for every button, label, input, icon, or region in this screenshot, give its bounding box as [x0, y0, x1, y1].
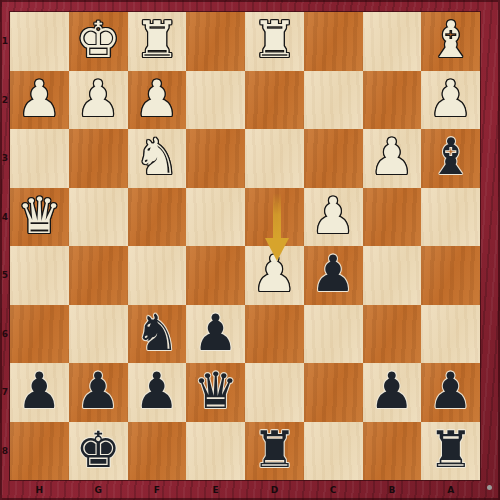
- white-pawn[interactable]: ♟: [369, 132, 414, 184]
- square-f7[interactable]: ♟: [128, 363, 187, 422]
- square-f2[interactable]: ♟: [128, 71, 187, 130]
- square-c2[interactable]: [304, 71, 363, 130]
- square-g4[interactable]: [69, 188, 128, 247]
- square-f8[interactable]: [128, 422, 187, 481]
- white-pawn[interactable]: ♟: [134, 74, 179, 126]
- square-b1[interactable]: [363, 12, 422, 71]
- square-a5[interactable]: [421, 246, 480, 305]
- white-pawn[interactable]: ♟: [17, 74, 62, 126]
- black-queen[interactable]: ♛: [193, 366, 238, 418]
- square-h6[interactable]: [10, 305, 69, 364]
- square-d1[interactable]: ♜: [245, 12, 304, 71]
- file-label-h: H: [10, 479, 69, 500]
- square-b4[interactable]: [363, 188, 422, 247]
- rank-label-6: 6: [0, 305, 10, 364]
- rank-label-1: 1: [0, 12, 10, 71]
- square-a1[interactable]: ♝: [421, 12, 480, 71]
- file-label-e: E: [186, 479, 245, 500]
- square-h4[interactable]: ♛: [10, 188, 69, 247]
- square-g3[interactable]: [69, 129, 128, 188]
- file-label-f: F: [128, 479, 187, 500]
- square-b8[interactable]: [363, 422, 422, 481]
- square-c1[interactable]: [304, 12, 363, 71]
- square-d6[interactable]: [245, 305, 304, 364]
- square-b6[interactable]: [363, 305, 422, 364]
- square-g5[interactable]: [69, 246, 128, 305]
- black-king[interactable]: ♚: [76, 425, 121, 477]
- square-e8[interactable]: [186, 422, 245, 481]
- square-a8[interactable]: ♜: [421, 422, 480, 481]
- square-f1[interactable]: ♜: [128, 12, 187, 71]
- square-c3[interactable]: [304, 129, 363, 188]
- white-king[interactable]: ♚: [76, 15, 121, 67]
- square-f4[interactable]: [128, 188, 187, 247]
- square-c8[interactable]: [304, 422, 363, 481]
- black-knight[interactable]: ♞: [134, 308, 179, 360]
- square-e4[interactable]: [186, 188, 245, 247]
- white-pawn[interactable]: ♟: [311, 191, 356, 243]
- file-labels: HGFEDCBA: [10, 479, 480, 500]
- square-h1[interactable]: [10, 12, 69, 71]
- square-g8[interactable]: ♚: [69, 422, 128, 481]
- square-h7[interactable]: ♟: [10, 363, 69, 422]
- square-c5[interactable]: ♟: [304, 246, 363, 305]
- black-pawn[interactable]: ♟: [193, 308, 238, 360]
- white-pawn[interactable]: ♟: [428, 74, 473, 126]
- square-h3[interactable]: [10, 129, 69, 188]
- square-f3[interactable]: ♞: [128, 129, 187, 188]
- square-d7[interactable]: [245, 363, 304, 422]
- square-g6[interactable]: [69, 305, 128, 364]
- rank-label-8: 8: [0, 422, 10, 481]
- chess-board: ♚♜♜♝♟♟♟♟♞♟♝♛♟♟♟♞♟♟♟♟♛♟♟♚♜♜: [10, 12, 480, 480]
- square-c7[interactable]: [304, 363, 363, 422]
- square-a3[interactable]: ♝: [421, 129, 480, 188]
- square-e1[interactable]: [186, 12, 245, 71]
- file-label-b: B: [363, 479, 422, 500]
- square-a4[interactable]: [421, 188, 480, 247]
- white-pawn[interactable]: ♟: [252, 249, 297, 301]
- file-label-c: C: [304, 479, 363, 500]
- white-rook[interactable]: ♜: [134, 15, 179, 67]
- square-h5[interactable]: [10, 246, 69, 305]
- square-d3[interactable]: [245, 129, 304, 188]
- black-pawn[interactable]: ♟: [17, 366, 62, 418]
- square-d2[interactable]: [245, 71, 304, 130]
- square-a2[interactable]: ♟: [421, 71, 480, 130]
- file-label-d: D: [245, 479, 304, 500]
- rank-label-5: 5: [0, 246, 10, 305]
- white-bishop[interactable]: ♝: [428, 15, 473, 67]
- black-rook[interactable]: ♜: [428, 425, 473, 477]
- black-pawn[interactable]: ♟: [369, 366, 414, 418]
- white-queen[interactable]: ♛: [17, 191, 62, 243]
- square-c4[interactable]: ♟: [304, 188, 363, 247]
- white-knight[interactable]: ♞: [134, 132, 179, 184]
- square-a7[interactable]: ♟: [421, 363, 480, 422]
- square-e5[interactable]: [186, 246, 245, 305]
- square-e2[interactable]: [186, 71, 245, 130]
- square-d4[interactable]: [245, 188, 304, 247]
- square-h8[interactable]: [10, 422, 69, 481]
- square-c6[interactable]: [304, 305, 363, 364]
- square-b3[interactable]: ♟: [363, 129, 422, 188]
- rank-label-2: 2: [0, 71, 10, 130]
- square-f6[interactable]: ♞: [128, 305, 187, 364]
- file-label-a: A: [421, 479, 480, 500]
- black-bishop[interactable]: ♝: [428, 132, 473, 184]
- white-pawn[interactable]: ♟: [76, 74, 121, 126]
- black-pawn[interactable]: ♟: [76, 366, 121, 418]
- black-pawn[interactable]: ♟: [311, 249, 356, 301]
- black-rook[interactable]: ♜: [252, 425, 297, 477]
- square-b2[interactable]: [363, 71, 422, 130]
- square-b5[interactable]: [363, 246, 422, 305]
- rank-label-3: 3: [0, 129, 10, 188]
- file-label-g: G: [69, 479, 128, 500]
- black-pawn[interactable]: ♟: [428, 366, 473, 418]
- square-e6[interactable]: ♟: [186, 305, 245, 364]
- rank-labels: 12345678: [0, 12, 10, 480]
- square-g1[interactable]: ♚: [69, 12, 128, 71]
- rank-label-7: 7: [0, 363, 10, 422]
- square-e3[interactable]: [186, 129, 245, 188]
- square-h2[interactable]: ♟: [10, 71, 69, 130]
- black-pawn[interactable]: ♟: [134, 366, 179, 418]
- board-frame: 12345678 ♚♜♜♝♟♟♟♟♞♟♝♛♟♟♟♞♟♟♟♟♛♟♟♚♜♜ HGFE…: [0, 0, 500, 500]
- square-g2[interactable]: ♟: [69, 71, 128, 130]
- square-g7[interactable]: ♟: [69, 363, 128, 422]
- square-a6[interactable]: [421, 305, 480, 364]
- rank-label-4: 4: [0, 188, 10, 247]
- square-b7[interactable]: ♟: [363, 363, 422, 422]
- corner-dot-icon: [487, 485, 492, 490]
- white-rook[interactable]: ♜: [252, 15, 297, 67]
- square-d8[interactable]: ♜: [245, 422, 304, 481]
- square-e7[interactable]: ♛: [186, 363, 245, 422]
- square-f5[interactable]: [128, 246, 187, 305]
- square-d5[interactable]: ♟: [245, 246, 304, 305]
